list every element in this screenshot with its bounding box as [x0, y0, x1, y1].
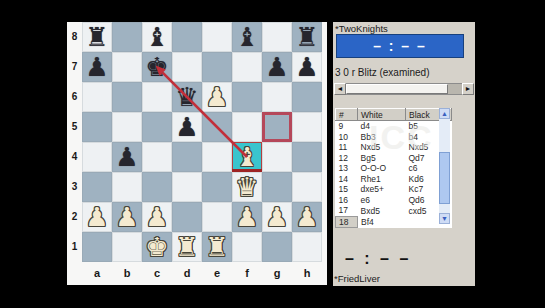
square-c7[interactable]: ♚ [142, 52, 172, 82]
file-label-f: f [232, 263, 262, 283]
black-bishop-c8[interactable]: ♝ [142, 22, 172, 52]
white-clock: – : – – [336, 34, 464, 58]
black-pawn-h7[interactable]: ♟ [292, 52, 322, 82]
white-rook-d1[interactable]: ♜ [172, 232, 202, 262]
white-move-14[interactable]: Rhe1 [358, 174, 406, 185]
scroll-up-button[interactable]: ▲ [439, 108, 450, 119]
move-row-15[interactable]: 15dxe5+Kc7 [336, 184, 452, 195]
white-rook-e1[interactable]: ♜ [202, 232, 232, 262]
rank-label-6: 6 [67, 82, 82, 112]
white-move-9[interactable]: d4 [358, 121, 406, 132]
file-label-g: g [262, 263, 292, 283]
move-number-13[interactable]: 13 [336, 163, 358, 174]
square-a2[interactable]: ♟ [82, 202, 112, 232]
square-a7[interactable]: ♟ [82, 52, 112, 82]
white-move-11[interactable]: Nxd5 [358, 142, 406, 153]
move-number-16[interactable]: 16 [336, 195, 358, 206]
vertical-scroll-thumb[interactable] [439, 152, 450, 204]
move-row-13[interactable]: 13O-O-Oc6 [336, 163, 452, 174]
file-label-d: d [172, 263, 202, 283]
square-g6[interactable] [262, 82, 292, 112]
square-h7[interactable]: ♟ [292, 52, 322, 82]
square-g5[interactable] [262, 112, 292, 142]
vertical-scrollbar[interactable]: ▲ ▼ [439, 108, 450, 224]
move-number-9[interactable]: 9 [336, 121, 358, 132]
white-pawn-g2[interactable]: ♟ [262, 202, 292, 232]
scroll-left-button[interactable]: ◄ [334, 83, 346, 95]
square-g2[interactable]: ♟ [262, 202, 292, 232]
file-labels: abcdefgh [82, 263, 322, 283]
white-pawn-a2[interactable]: ♟ [82, 202, 112, 232]
square-d8[interactable] [172, 22, 202, 52]
square-h8[interactable]: ♜ [292, 22, 322, 52]
square-e2[interactable] [202, 202, 232, 232]
square-g3[interactable] [262, 172, 292, 202]
square-e1[interactable]: ♜ [202, 232, 232, 262]
square-a5[interactable] [82, 112, 112, 142]
square-d6[interactable]: ♛ [172, 82, 202, 112]
white-pawn-c2[interactable]: ♟ [142, 202, 172, 232]
scroll-down-button[interactable]: ▼ [439, 213, 450, 224]
square-e4[interactable] [202, 142, 232, 172]
black-rook-h8[interactable]: ♜ [292, 22, 322, 52]
chess-board[interactable]: ♜♝♝♜♟♚♟♟♛♟♟♟♝♛♟♟♟♟♟♟♚♜♜ [82, 22, 322, 262]
white-queen-f3[interactable]: ♛ [232, 172, 262, 202]
file-label-b: b [112, 263, 142, 283]
square-b8[interactable] [112, 22, 142, 52]
move-number-17[interactable]: 17 [336, 205, 358, 216]
white-pawn-e6[interactable]: ♟ [202, 82, 232, 112]
rank-label-4: 4 [67, 142, 82, 172]
square-d2[interactable] [172, 202, 202, 232]
square-f5[interactable] [232, 112, 262, 142]
horizontal-scroll-thumb[interactable] [346, 84, 448, 94]
black-rook-a8[interactable]: ♜ [82, 22, 112, 52]
black-pawn-a7[interactable]: ♟ [82, 52, 112, 82]
square-c4[interactable] [142, 142, 172, 172]
white-move-17[interactable]: Bxd5 [358, 205, 406, 216]
move-number-18[interactable]: 18 [336, 216, 358, 228]
move-row-9[interactable]: 9d4b5 [336, 121, 452, 132]
square-h1[interactable] [292, 232, 322, 262]
move-row-17[interactable]: 17Bxd5cxd5 [336, 205, 452, 216]
black-pawn-g7[interactable]: ♟ [262, 52, 292, 82]
black-clock: – : – – [345, 250, 411, 268]
black-pawn-b4[interactable]: ♟ [112, 142, 142, 172]
square-g1[interactable] [262, 232, 292, 262]
move-row-14[interactable]: 14Rhe1Kd6 [336, 174, 452, 185]
move-row-10[interactable]: 10Bb3b4 [336, 132, 452, 143]
horizontal-scrollbar[interactable]: ◄ ► [334, 83, 474, 95]
rank-label-5: 5 [67, 112, 82, 142]
square-g4[interactable] [262, 142, 292, 172]
game-info-label: 3 0 r Blitz (examined) [335, 67, 429, 78]
white-move-18[interactable]: Bf4 [358, 216, 406, 228]
square-e7[interactable] [202, 52, 232, 82]
square-d3[interactable] [172, 172, 202, 202]
square-e3[interactable] [202, 172, 232, 202]
square-f7[interactable] [232, 52, 262, 82]
square-a3[interactable] [82, 172, 112, 202]
white-move-10[interactable]: Bb3 [358, 132, 406, 143]
move-row-12[interactable]: 12Bg5Qd7 [336, 153, 452, 164]
scroll-right-button[interactable]: ► [462, 83, 474, 95]
square-c8[interactable]: ♝ [142, 22, 172, 52]
square-h2[interactable]: ♟ [292, 202, 322, 232]
square-f4[interactable]: ♝ [232, 142, 262, 172]
square-a1[interactable] [82, 232, 112, 262]
move-row-11[interactable]: 11Nxd5Nxd5 [336, 142, 452, 153]
black-king-c7[interactable]: ♚ [142, 52, 172, 82]
white-move-12[interactable]: Bg5 [358, 153, 406, 164]
square-d1[interactable]: ♜ [172, 232, 202, 262]
white-move-13[interactable]: O-O-O [358, 163, 406, 174]
rank-label-3: 3 [67, 172, 82, 202]
square-f6[interactable] [232, 82, 262, 112]
square-f1[interactable] [232, 232, 262, 262]
square-e8[interactable] [202, 22, 232, 52]
square-h3[interactable] [292, 172, 322, 202]
rank-label-2: 2 [67, 202, 82, 232]
move-row-18[interactable]: 18Bf4 [336, 216, 452, 228]
square-f8[interactable]: ♝ [232, 22, 262, 52]
move-number-15[interactable]: 15 [336, 184, 358, 195]
square-c5[interactable] [142, 112, 172, 142]
square-g8[interactable] [262, 22, 292, 52]
column-header-num: # [336, 109, 358, 121]
rank-label-1: 1 [67, 232, 82, 262]
rank-labels: 87654321 [67, 22, 82, 262]
square-c2[interactable]: ♟ [142, 202, 172, 232]
square-e6[interactable]: ♟ [202, 82, 232, 112]
white-king-c1[interactable]: ♚ [142, 232, 172, 262]
black-pawn-d5[interactable]: ♟ [172, 112, 202, 142]
square-b3[interactable] [112, 172, 142, 202]
square-h5[interactable] [292, 112, 322, 142]
opening-label-bottom: *FriedLiver [334, 273, 380, 284]
square-b6[interactable] [112, 82, 142, 112]
file-label-h: h [292, 263, 322, 283]
white-move-16[interactable]: e6 [358, 195, 406, 206]
white-move-15[interactable]: dxe5+ [358, 184, 406, 195]
move-number-12[interactable]: 12 [336, 153, 358, 164]
square-c6[interactable] [142, 82, 172, 112]
square-b5[interactable] [112, 112, 142, 142]
square-h6[interactable] [292, 82, 322, 112]
file-label-c: c [142, 263, 172, 283]
square-b4[interactable]: ♟ [112, 142, 142, 172]
square-f2[interactable]: ♟ [232, 202, 262, 232]
square-f3[interactable]: ♛ [232, 172, 262, 202]
square-d4[interactable] [172, 142, 202, 172]
square-h4[interactable] [292, 142, 322, 172]
square-a6[interactable] [82, 82, 112, 112]
square-b2[interactable]: ♟ [112, 202, 142, 232]
square-c3[interactable] [142, 172, 172, 202]
square-d5[interactable]: ♟ [172, 112, 202, 142]
white-pawn-b2[interactable]: ♟ [112, 202, 142, 232]
black-queen-d6[interactable]: ♛ [172, 82, 202, 112]
white-pawn-h2[interactable]: ♟ [292, 202, 322, 232]
move-row-16[interactable]: 16e6Qd6 [336, 195, 452, 206]
app-window: 87654321 ♜♝♝♜♟♚♟♟♛♟♟♟♝♛♟♟♟♟♟♟♚♜♜ abcdefg… [0, 0, 545, 308]
square-b7[interactable] [112, 52, 142, 82]
rank-label-7: 7 [67, 52, 82, 82]
black-bishop-f8[interactable]: ♝ [232, 22, 262, 52]
rank-label-8: 8 [67, 22, 82, 52]
move-list-table[interactable]: # White Black 9d4b510Bb3b411Nxd5Nxd512Bg… [335, 108, 452, 228]
square-c1[interactable]: ♚ [142, 232, 172, 262]
move-number-14[interactable]: 14 [336, 174, 358, 185]
horizontal-scroll-track[interactable] [346, 83, 462, 95]
square-b1[interactable] [112, 232, 142, 262]
move-list-header: # White Black [336, 109, 452, 121]
chess-board-area: 87654321 ♜♝♝♜♟♚♟♟♛♟♟♟♝♛♟♟♟♟♟♟♚♜♜ abcdefg… [67, 22, 327, 285]
white-bishop-f4[interactable]: ♝ [232, 142, 262, 172]
square-d7[interactable] [172, 52, 202, 82]
side-panel: *TwoKnights – : – – 3 0 r Blitz (examine… [333, 22, 475, 286]
move-number-11[interactable]: 11 [336, 142, 358, 153]
white-pawn-f2[interactable]: ♟ [232, 202, 262, 232]
square-a4[interactable] [82, 142, 112, 172]
opening-label-top: *TwoKnights [335, 23, 388, 34]
column-header-white: White [358, 109, 406, 121]
file-label-a: a [82, 263, 112, 283]
file-label-e: e [202, 263, 232, 283]
square-e5[interactable] [202, 112, 232, 142]
square-a8[interactable]: ♜ [82, 22, 112, 52]
square-g7[interactable]: ♟ [262, 52, 292, 82]
move-number-10[interactable]: 10 [336, 132, 358, 143]
